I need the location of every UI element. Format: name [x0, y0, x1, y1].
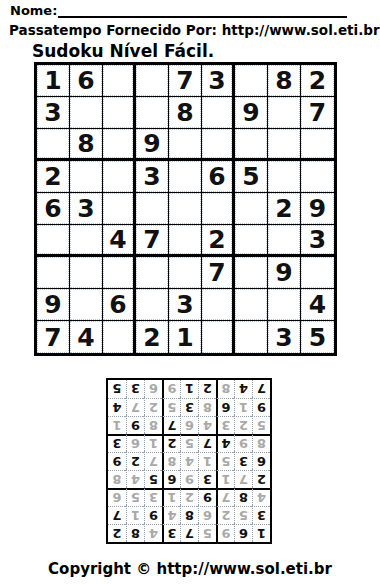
solution-cell-r1c4: 5	[198, 524, 216, 542]
puzzle-cell-r2c3	[103, 97, 136, 129]
puzzle-cell-r8c4	[136, 289, 169, 321]
puzzle-cell-r1c2: 6	[70, 65, 103, 97]
puzzle-cell-r9c1: 7	[37, 321, 70, 353]
solution-cell-r8c1: 9	[252, 398, 270, 416]
solution-cell-r6c1: 8	[252, 434, 270, 452]
solution-cell-r7c9: 1	[108, 416, 126, 434]
solution-cell-r6c8: 6	[126, 434, 144, 452]
puzzle-cell-r4c3	[103, 161, 136, 193]
puzzle-cell-r5c2: 3	[70, 193, 103, 225]
solution-cell-r7c2: 2	[234, 416, 252, 434]
puzzle-cell-r2c4	[136, 97, 169, 129]
puzzle-cell-r5c6	[202, 193, 235, 225]
name-underline	[58, 3, 347, 18]
puzzle-cell-r7c7	[235, 257, 268, 289]
solution-cell-r1c8: 8	[126, 524, 144, 542]
puzzle-cell-r9c6	[202, 321, 235, 353]
puzzle-cell-r9c8: 3	[268, 321, 301, 353]
puzzle-cell-r6c7	[235, 225, 268, 257]
solution-cell-r3c4: 9	[198, 488, 216, 506]
solution-cell-r8c2: 1	[234, 398, 252, 416]
puzzle-cell-r6c1	[37, 225, 70, 257]
solution-cell-r8c8: 7	[126, 398, 144, 416]
puzzle-cell-r1c3	[103, 65, 136, 97]
puzzle-cell-r6c2	[70, 225, 103, 257]
puzzle-cell-r3c1	[37, 129, 70, 161]
puzzle-cell-r8c3: 6	[103, 289, 136, 321]
solution-cell-r5c4: 1	[198, 452, 216, 470]
puzzle-cell-r2c9: 7	[301, 97, 334, 129]
solution-cell-r9c4: 2	[198, 380, 216, 398]
solution-cell-r5c5: 4	[180, 452, 198, 470]
puzzle-cell-r8c8	[268, 289, 301, 321]
puzzle-cell-r2c6	[202, 97, 235, 129]
solution-cell-r4c7: 5	[144, 470, 162, 488]
puzzle-cell-r1c8: 8	[268, 65, 301, 97]
puzzle-cell-r4c1: 2	[37, 161, 70, 193]
name-row: Nome:	[10, 3, 347, 18]
puzzle-cell-r6c4: 7	[136, 225, 169, 257]
solution-cell-r9c1: 7	[252, 380, 270, 398]
solution-cell-r6c4: 7	[198, 434, 216, 452]
puzzle-cell-r3c2: 8	[70, 129, 103, 161]
puzzle-cell-r1c5: 7	[169, 65, 202, 97]
puzzle-cell-r5c8: 2	[268, 193, 301, 225]
solution-cell-r3c2: 8	[234, 488, 252, 506]
puzzle-cell-r1c4	[136, 65, 169, 97]
solution-cell-r9c7: 6	[144, 380, 162, 398]
puzzle-cell-r6c3: 4	[103, 225, 136, 257]
solution-cell-r7c7: 8	[144, 416, 162, 434]
puzzle-cell-r4c9	[301, 161, 334, 193]
puzzle-cell-r7c2	[70, 257, 103, 289]
solution-cell-r2c6: 4	[162, 506, 180, 524]
solution-cell-r1c9: 2	[108, 524, 126, 542]
solution-cell-r3c9: 6	[108, 488, 126, 506]
puzzle-cell-r7c6: 7	[202, 257, 235, 289]
solution-cell-r4c3: 1	[216, 470, 234, 488]
provided-by-text: Passatempo Fornecido Por: http://www.sol…	[9, 22, 380, 38]
solution-cell-r2c9: 7	[108, 506, 126, 524]
puzzle-cell-r5c9: 9	[301, 193, 334, 225]
solution-cell-r4c1: 2	[252, 470, 270, 488]
puzzle-cell-r6c6: 2	[202, 225, 235, 257]
solution-cell-r5c6: 8	[162, 452, 180, 470]
puzzle-cell-r1c6: 3	[202, 65, 235, 97]
solution-cell-r7c4: 4	[198, 416, 216, 434]
puzzle-cell-r2c8	[268, 97, 301, 129]
puzzle-cell-r3c9	[301, 129, 334, 161]
puzzle-cell-r7c3	[103, 257, 136, 289]
solution-cell-r3c6: 1	[162, 488, 180, 506]
solution-cell-r4c8: 4	[126, 470, 144, 488]
puzzle-cell-r9c4: 2	[136, 321, 169, 353]
puzzle-cell-r7c1	[37, 257, 70, 289]
puzzle-cell-r6c5	[169, 225, 202, 257]
puzzle-cell-r9c9: 5	[301, 321, 334, 353]
puzzle-cell-r4c4: 3	[136, 161, 169, 193]
sudoku-solution-grid-rotated: 1695734823526849174879213562713965486351…	[106, 378, 272, 544]
solution-cell-r5c3: 5	[216, 452, 234, 470]
puzzle-cell-r8c2	[70, 289, 103, 321]
solution-cell-r4c9: 8	[108, 470, 126, 488]
puzzle-cell-r7c5	[169, 257, 202, 289]
solution-cell-r8c6: 5	[162, 398, 180, 416]
solution-cell-r4c4: 3	[198, 470, 216, 488]
puzzle-cell-r2c5: 8	[169, 97, 202, 129]
solution-cell-r2c5: 8	[180, 506, 198, 524]
puzzle-cell-r7c4	[136, 257, 169, 289]
puzzle-cell-r2c7: 9	[235, 97, 268, 129]
puzzle-cell-r6c9: 3	[301, 225, 334, 257]
puzzle-cell-r8c5: 3	[169, 289, 202, 321]
puzzle-cell-r9c7	[235, 321, 268, 353]
solution-cell-r6c6: 2	[162, 434, 180, 452]
solution-cell-r3c1: 4	[252, 488, 270, 506]
solution-cell-r2c4: 6	[198, 506, 216, 524]
solution-cell-r6c3: 4	[216, 434, 234, 452]
solution-cell-r4c2: 7	[234, 470, 252, 488]
solution-cell-r7c1: 5	[252, 416, 270, 434]
puzzle-cell-r1c7	[235, 65, 268, 97]
solution-cell-r3c3: 7	[216, 488, 234, 506]
solution-cell-r9c9: 5	[108, 380, 126, 398]
solution-cell-r9c5: 1	[180, 380, 198, 398]
puzzle-cell-r3c4: 9	[136, 129, 169, 161]
solution-cell-r5c1: 6	[252, 452, 270, 470]
solution-cell-r3c7: 3	[144, 488, 162, 506]
puzzle-cell-r8c6	[202, 289, 235, 321]
solution-cell-r3c8: 5	[126, 488, 144, 506]
solution-cell-r1c7: 4	[144, 524, 162, 542]
solution-cell-r6c7: 1	[144, 434, 162, 452]
puzzle-cell-r3c8	[268, 129, 301, 161]
puzzle-cell-r9c2: 4	[70, 321, 103, 353]
puzzle-cell-r4c2	[70, 161, 103, 193]
puzzle-cell-r9c3	[103, 321, 136, 353]
solution-cell-r8c9: 4	[108, 398, 126, 416]
puzzle-cell-r3c7	[235, 129, 268, 161]
solution-cell-r9c6: 9	[162, 380, 180, 398]
solution-cell-r8c3: 6	[216, 398, 234, 416]
puzzle-cell-r8c7	[235, 289, 268, 321]
solution-cell-r8c5: 3	[180, 398, 198, 416]
copyright-text: Copyright © http://www.sol.eti.br	[0, 560, 380, 578]
solution-cell-r8c4: 8	[198, 398, 216, 416]
puzzle-cell-r7c9	[301, 257, 334, 289]
puzzle-cell-r5c5	[169, 193, 202, 225]
puzzle-cell-r4c8	[268, 161, 301, 193]
solution-cell-r6c2: 9	[234, 434, 252, 452]
puzzle-cell-r5c3	[103, 193, 136, 225]
solution-cell-r2c8: 1	[126, 506, 144, 524]
puzzle-cell-r2c1: 3	[37, 97, 70, 129]
solution-cell-r3c5: 2	[180, 488, 198, 506]
solution-cell-r1c3: 9	[216, 524, 234, 542]
solution-cell-r5c8: 2	[126, 452, 144, 470]
solution-cell-r5c2: 3	[234, 452, 252, 470]
solution-cell-r9c2: 4	[234, 380, 252, 398]
solution-cell-r5c9: 9	[108, 452, 126, 470]
solution-cell-r2c7: 9	[144, 506, 162, 524]
solution-cell-r7c8: 9	[126, 416, 144, 434]
solution-cell-r7c5: 6	[180, 416, 198, 434]
puzzle-cell-r6c8	[268, 225, 301, 257]
solution-cell-r7c3: 3	[216, 416, 234, 434]
puzzle-cell-r4c5	[169, 161, 202, 193]
solution-cell-r2c2: 5	[234, 506, 252, 524]
solution-cell-r4c5: 9	[180, 470, 198, 488]
puzzle-cell-r1c1: 1	[37, 65, 70, 97]
solution-cell-r6c5: 5	[180, 434, 198, 452]
puzzle-cell-r4c7: 5	[235, 161, 268, 193]
solution-cell-r6c9: 3	[108, 434, 126, 452]
page-title: Sudoku Nível Fácil.	[32, 41, 214, 61]
sudoku-page: Nome: Passatempo Fornecido Por: http://w…	[0, 0, 380, 585]
puzzle-cell-r8c9: 4	[301, 289, 334, 321]
solution-cell-r9c8: 3	[126, 380, 144, 398]
puzzle-cell-r3c3	[103, 129, 136, 161]
puzzle-cell-r5c1: 6	[37, 193, 70, 225]
puzzle-cell-r5c4	[136, 193, 169, 225]
name-label: Nome:	[10, 3, 57, 18]
solution-cell-r7c6: 7	[162, 416, 180, 434]
puzzle-cell-r9c5: 1	[169, 321, 202, 353]
puzzle-cell-r4c6: 6	[202, 161, 235, 193]
solution-cell-r8c7: 2	[144, 398, 162, 416]
puzzle-cell-r7c8: 9	[268, 257, 301, 289]
solution-cell-r1c5: 7	[180, 524, 198, 542]
puzzle-cell-r8c1: 9	[37, 289, 70, 321]
solution-cell-r1c1: 1	[252, 524, 270, 542]
puzzle-cell-r2c2	[70, 97, 103, 129]
solution-cell-r2c1: 3	[252, 506, 270, 524]
solution-cell-r2c3: 2	[216, 506, 234, 524]
puzzle-cell-r3c5	[169, 129, 202, 161]
sudoku-puzzle-grid: 167382389789236563294723799634742135	[34, 62, 337, 356]
puzzle-cell-r1c9: 2	[301, 65, 334, 97]
puzzle-cell-r3c6	[202, 129, 235, 161]
solution-cell-r9c3: 8	[216, 380, 234, 398]
solution-cell-r5c7: 7	[144, 452, 162, 470]
puzzle-cell-r5c7	[235, 193, 268, 225]
solution-cell-r4c6: 6	[162, 470, 180, 488]
solution-cell-r1c6: 3	[162, 524, 180, 542]
solution-cell-r1c2: 6	[234, 524, 252, 542]
